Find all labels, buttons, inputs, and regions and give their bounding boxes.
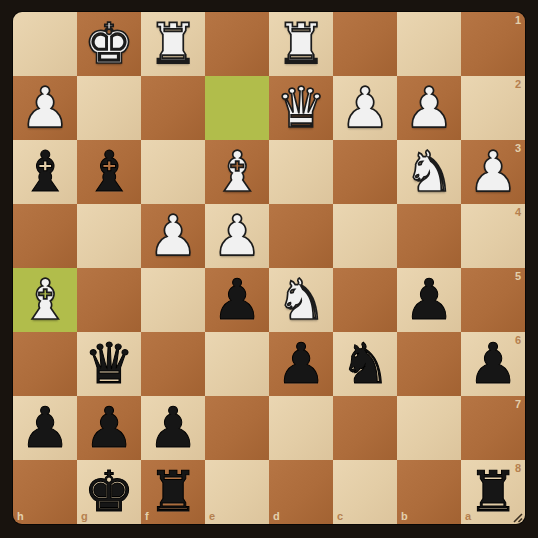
- square-a1[interactable]: 1: [461, 12, 525, 76]
- black-pawn[interactable]: ♟: [77, 396, 141, 460]
- white-pawn[interactable]: ♟: [13, 76, 77, 140]
- square-c4[interactable]: [333, 204, 397, 268]
- square-g7[interactable]: ♟: [77, 396, 141, 460]
- white-knight[interactable]: ♞: [269, 268, 333, 332]
- square-c2[interactable]: ♟: [333, 76, 397, 140]
- square-e8[interactable]: e: [205, 460, 269, 524]
- black-bishop[interactable]: ♝: [13, 140, 77, 204]
- square-e7[interactable]: [205, 396, 269, 460]
- black-queen[interactable]: ♛: [77, 332, 141, 396]
- square-h7[interactable]: ♟: [13, 396, 77, 460]
- file-label-d: d: [273, 510, 280, 522]
- white-pawn[interactable]: ♟: [141, 204, 205, 268]
- square-g1[interactable]: ♚: [77, 12, 141, 76]
- square-e6[interactable]: [205, 332, 269, 396]
- square-b6[interactable]: [397, 332, 461, 396]
- file-label-e: e: [209, 510, 215, 522]
- white-bishop[interactable]: ♝: [13, 268, 77, 332]
- square-f6[interactable]: [141, 332, 205, 396]
- square-h6[interactable]: [13, 332, 77, 396]
- square-a3[interactable]: ♟3: [461, 140, 525, 204]
- square-h4[interactable]: [13, 204, 77, 268]
- white-knight[interactable]: ♞: [397, 140, 461, 204]
- black-knight[interactable]: ♞: [333, 332, 397, 396]
- black-pawn[interactable]: ♟: [269, 332, 333, 396]
- square-c6[interactable]: ♞: [333, 332, 397, 396]
- black-pawn[interactable]: ♟: [461, 332, 525, 396]
- square-e1[interactable]: [205, 12, 269, 76]
- black-king[interactable]: ♚: [77, 460, 141, 524]
- square-c3[interactable]: [333, 140, 397, 204]
- rank-label-5: 5: [515, 270, 521, 282]
- square-a5[interactable]: 5: [461, 268, 525, 332]
- app-background: ♚♜♜1♟♛♟♟2♝♝♝♞♟3♟♟4♝♟♞♟5♛♟♞♟6♟♟♟7h♚g♜fedc…: [0, 0, 538, 538]
- square-e4[interactable]: ♟: [205, 204, 269, 268]
- square-h5[interactable]: ♝: [13, 268, 77, 332]
- square-h2[interactable]: ♟: [13, 76, 77, 140]
- square-h1[interactable]: [13, 12, 77, 76]
- square-d6[interactable]: ♟: [269, 332, 333, 396]
- rank-label-7: 7: [515, 398, 521, 410]
- square-b1[interactable]: [397, 12, 461, 76]
- square-e5[interactable]: ♟: [205, 268, 269, 332]
- square-h8[interactable]: h: [13, 460, 77, 524]
- white-pawn[interactable]: ♟: [461, 140, 525, 204]
- white-rook[interactable]: ♜: [141, 12, 205, 76]
- square-g4[interactable]: [77, 204, 141, 268]
- square-b5[interactable]: ♟: [397, 268, 461, 332]
- square-d3[interactable]: [269, 140, 333, 204]
- square-h3[interactable]: ♝: [13, 140, 77, 204]
- rank-label-4: 4: [515, 206, 521, 218]
- square-f2[interactable]: [141, 76, 205, 140]
- rank-label-2: 2: [515, 78, 521, 90]
- square-a4[interactable]: 4: [461, 204, 525, 268]
- square-g8[interactable]: ♚g: [77, 460, 141, 524]
- square-f5[interactable]: [141, 268, 205, 332]
- white-pawn[interactable]: ♟: [205, 204, 269, 268]
- black-pawn[interactable]: ♟: [13, 396, 77, 460]
- black-pawn[interactable]: ♟: [397, 268, 461, 332]
- white-pawn[interactable]: ♟: [397, 76, 461, 140]
- square-c1[interactable]: [333, 12, 397, 76]
- square-a2[interactable]: 2: [461, 76, 525, 140]
- square-g3[interactable]: ♝: [77, 140, 141, 204]
- square-b7[interactable]: [397, 396, 461, 460]
- square-b8[interactable]: b: [397, 460, 461, 524]
- square-f8[interactable]: ♜f: [141, 460, 205, 524]
- black-rook[interactable]: ♜: [141, 460, 205, 524]
- black-pawn[interactable]: ♟: [141, 396, 205, 460]
- square-d8[interactable]: d: [269, 460, 333, 524]
- black-bishop[interactable]: ♝: [77, 140, 141, 204]
- square-b2[interactable]: ♟: [397, 76, 461, 140]
- square-f1[interactable]: ♜: [141, 12, 205, 76]
- square-a6[interactable]: ♟6: [461, 332, 525, 396]
- white-pawn[interactable]: ♟: [333, 76, 397, 140]
- chess-board: ♚♜♜1♟♛♟♟2♝♝♝♞♟3♟♟4♝♟♞♟5♛♟♞♟6♟♟♟7h♚g♜fedc…: [13, 12, 525, 524]
- square-g5[interactable]: [77, 268, 141, 332]
- square-d1[interactable]: ♜: [269, 12, 333, 76]
- square-g6[interactable]: ♛: [77, 332, 141, 396]
- file-label-b: b: [401, 510, 408, 522]
- square-b3[interactable]: ♞: [397, 140, 461, 204]
- square-d5[interactable]: ♞: [269, 268, 333, 332]
- white-rook[interactable]: ♜: [269, 12, 333, 76]
- square-f7[interactable]: ♟: [141, 396, 205, 460]
- square-b4[interactable]: [397, 204, 461, 268]
- square-c7[interactable]: [333, 396, 397, 460]
- square-g2[interactable]: [77, 76, 141, 140]
- square-f4[interactable]: ♟: [141, 204, 205, 268]
- square-d2[interactable]: ♛: [269, 76, 333, 140]
- black-pawn[interactable]: ♟: [205, 268, 269, 332]
- square-a7[interactable]: 7: [461, 396, 525, 460]
- square-f3[interactable]: [141, 140, 205, 204]
- rank-label-1: 1: [515, 14, 521, 26]
- square-d4[interactable]: [269, 204, 333, 268]
- white-bishop[interactable]: ♝: [205, 140, 269, 204]
- file-label-c: c: [337, 510, 343, 522]
- square-c8[interactable]: c: [333, 460, 397, 524]
- resize-handle-icon[interactable]: [510, 509, 523, 522]
- square-d7[interactable]: [269, 396, 333, 460]
- white-queen[interactable]: ♛: [269, 76, 333, 140]
- white-king[interactable]: ♚: [77, 12, 141, 76]
- square-e3[interactable]: ♝: [205, 140, 269, 204]
- file-label-h: h: [17, 510, 24, 522]
- square-e2[interactable]: [205, 76, 269, 140]
- square-c5[interactable]: [333, 268, 397, 332]
